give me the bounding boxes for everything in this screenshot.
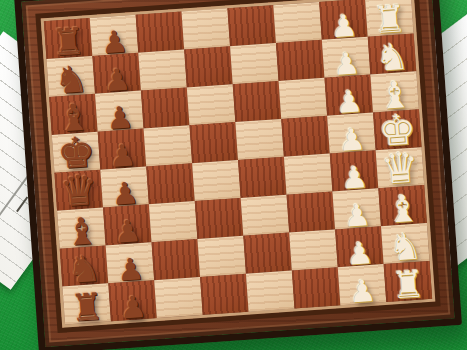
square-r4-c4[interactable] (189, 122, 238, 163)
square-r1-c1[interactable]: ♜ (44, 18, 93, 59)
chessboard: ♜♟♟♜♞♟♟♞♝♟♟♝♚♟♟♚♛♟♟♛♝♟♟♝♞♟♟♞♜♟♟♜ (14, 0, 462, 350)
bishop-glyph: ♝ (64, 214, 99, 250)
piece-white-queen[interactable]: ♛ (376, 147, 425, 188)
square-r5-c1[interactable]: ♛ (54, 170, 103, 211)
square-r1-c4[interactable] (182, 8, 231, 49)
square-r3-c6[interactable] (279, 78, 328, 119)
square-r2-c7[interactable]: ♟ (322, 37, 371, 78)
square-r6-c1[interactable]: ♝ (57, 208, 106, 249)
square-r7-c1[interactable]: ♞ (60, 245, 109, 286)
knight-glyph: ♞ (375, 40, 410, 76)
square-r5-c3[interactable] (146, 163, 195, 204)
square-r8-c2[interactable]: ♟ (108, 280, 157, 321)
square-r2-c3[interactable] (138, 49, 187, 90)
square-r3-c3[interactable] (141, 87, 190, 128)
square-r5-c5[interactable] (238, 157, 287, 198)
square-r7-c4[interactable] (197, 236, 246, 277)
knight-glyph: ♞ (53, 62, 88, 98)
square-r1-c3[interactable] (136, 12, 185, 53)
piece-black-pawn[interactable]: ♟ (95, 91, 144, 132)
piece-black-rook[interactable]: ♜ (44, 18, 93, 59)
square-r1-c5[interactable] (227, 5, 276, 46)
square-r6-c3[interactable] (149, 201, 198, 242)
square-r7-c5[interactable] (243, 233, 292, 274)
piece-white-rook[interactable]: ♜ (365, 0, 414, 37)
bishop-glyph: ♝ (385, 191, 420, 227)
piece-white-pawn[interactable]: ♟ (332, 188, 381, 229)
rook-glyph: ♜ (69, 290, 104, 326)
square-r6-c7[interactable]: ♟ (332, 188, 381, 229)
square-r4-c3[interactable] (144, 125, 193, 166)
square-r5-c7[interactable]: ♟ (330, 150, 379, 191)
piece-black-knight[interactable]: ♞ (46, 56, 95, 97)
square-r4-c5[interactable] (235, 119, 284, 160)
square-r2-c1[interactable]: ♞ (46, 56, 95, 97)
queen-glyph: ♛ (59, 171, 99, 212)
rook-glyph: ♜ (390, 267, 425, 303)
piece-white-knight[interactable]: ♞ (381, 223, 430, 264)
piece-white-pawn[interactable]: ♟ (319, 0, 368, 40)
square-r8-c7[interactable]: ♟ (338, 264, 387, 305)
pawn-glyph: ♟ (348, 277, 377, 306)
square-r6-c2[interactable]: ♟ (103, 204, 152, 245)
square-r6-c8[interactable]: ♝ (378, 185, 427, 226)
piece-black-bishop[interactable]: ♝ (57, 208, 106, 249)
square-r1-c6[interactable] (273, 2, 322, 43)
piece-white-pawn[interactable]: ♟ (330, 150, 379, 191)
piece-black-pawn[interactable]: ♟ (92, 53, 141, 94)
square-r8-c4[interactable] (200, 274, 249, 315)
piece-white-pawn[interactable]: ♟ (322, 37, 371, 78)
square-r5-c4[interactable] (192, 160, 241, 201)
square-r5-c8[interactable]: ♛ (376, 147, 425, 188)
square-r8-c1[interactable]: ♜ (62, 283, 111, 324)
square-r2-c4[interactable] (184, 46, 233, 87)
square-r7-c8[interactable]: ♞ (381, 223, 430, 264)
piece-black-pawn[interactable]: ♟ (100, 166, 149, 207)
table-scene: ♜♟♟♜♞♟♟♞♝♟♟♝♚♟♟♚♛♟♟♛♝♟♟♝♞♟♟♞♜♟♟♜ (0, 0, 467, 350)
square-r5-c2[interactable]: ♟ (100, 166, 149, 207)
piece-black-pawn[interactable]: ♟ (90, 15, 139, 56)
square-r8-c8[interactable]: ♜ (384, 261, 433, 302)
piece-black-knight[interactable]: ♞ (60, 245, 109, 286)
square-r2-c8[interactable]: ♞ (368, 33, 417, 74)
square-r3-c4[interactable] (187, 84, 236, 125)
square-r7-c6[interactable] (289, 229, 338, 270)
square-r3-c7[interactable]: ♟ (324, 75, 373, 116)
square-r3-c5[interactable] (233, 81, 282, 122)
square-r5-c6[interactable] (284, 154, 333, 195)
chessboard-grid: ♜♟♟♜♞♟♟♞♝♟♟♝♚♟♟♚♛♟♟♛♝♟♟♝♞♟♟♞♜♟♟♜ (41, 0, 436, 328)
square-r7-c2[interactable]: ♟ (106, 242, 155, 283)
knight-glyph: ♞ (388, 229, 423, 265)
square-r4-c6[interactable] (281, 116, 330, 157)
square-r2-c5[interactable] (230, 43, 279, 84)
piece-white-rook[interactable]: ♜ (384, 261, 433, 302)
square-r3-c2[interactable]: ♟ (95, 91, 144, 132)
square-r2-c6[interactable] (276, 40, 325, 81)
rook-glyph: ♜ (51, 24, 86, 60)
square-r1-c2[interactable]: ♟ (90, 15, 139, 56)
queen-glyph: ♛ (380, 149, 420, 190)
square-r6-c6[interactable] (287, 191, 336, 232)
piece-white-bishop[interactable]: ♝ (378, 185, 427, 226)
square-r8-c5[interactable] (246, 271, 295, 312)
square-r1-c8[interactable]: ♜ (365, 0, 414, 37)
score-sheet-left-writing (16, 196, 28, 212)
pawn-glyph: ♟ (119, 293, 148, 322)
piece-black-pawn[interactable]: ♟ (103, 204, 152, 245)
square-r6-c4[interactable] (195, 198, 244, 239)
square-r7-c7[interactable]: ♟ (335, 226, 384, 267)
square-r7-c3[interactable] (152, 239, 201, 280)
piece-white-pawn[interactable]: ♟ (327, 112, 376, 153)
square-r8-c6[interactable] (292, 267, 341, 308)
square-r6-c5[interactable] (241, 195, 290, 236)
square-r8-c3[interactable] (154, 277, 203, 318)
piece-white-pawn[interactable]: ♟ (338, 264, 387, 305)
rook-glyph: ♜ (372, 2, 407, 38)
square-r2-c2[interactable]: ♟ (92, 53, 141, 94)
knight-glyph: ♞ (67, 252, 102, 288)
piece-black-pawn[interactable]: ♟ (108, 280, 157, 321)
square-r1-c7[interactable]: ♟ (319, 0, 368, 40)
piece-white-knight[interactable]: ♞ (368, 33, 417, 74)
piece-white-pawn[interactable]: ♟ (324, 75, 373, 116)
square-r4-c2[interactable]: ♟ (98, 129, 147, 170)
square-r4-c7[interactable]: ♟ (327, 112, 376, 153)
piece-black-pawn[interactable]: ♟ (98, 129, 147, 170)
piece-black-queen[interactable]: ♛ (54, 170, 103, 211)
piece-black-rook[interactable]: ♜ (62, 283, 111, 324)
piece-white-pawn[interactable]: ♟ (335, 226, 384, 267)
piece-black-pawn[interactable]: ♟ (106, 242, 155, 283)
